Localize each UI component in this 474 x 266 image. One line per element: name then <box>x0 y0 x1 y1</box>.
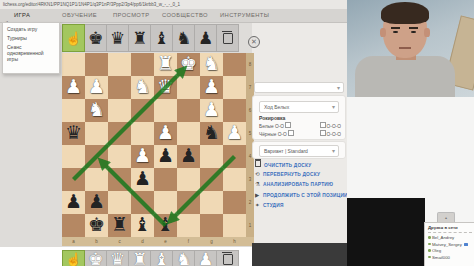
flip-icon: ⟲ <box>255 171 263 177</box>
b-king-spare: ♚ <box>88 30 103 47</box>
presenter-hair <box>381 2 429 24</box>
chevron-down-icon: ▾ <box>332 147 335 154</box>
study-button[interactable]: ✦СТУДИЯ <box>255 202 345 213</box>
file-label-a: a <box>62 237 85 246</box>
square-c2[interactable] <box>108 191 131 214</box>
presenter-mouth <box>399 47 411 49</box>
b-queen-spare: ♛ <box>110 30 125 47</box>
w-pawn-spare: ♟ <box>198 251 213 266</box>
square-g4[interactable] <box>200 145 223 168</box>
square-a4[interactable] <box>62 145 85 168</box>
editor-actions: ОЧИСТИТЬ ДОСКУ⟲ПЕРЕВЕРНУТЬ ДОСКУ⚗АНАЛИЗИ… <box>255 160 345 213</box>
white-pawn-e5[interactable]: ♟ <box>154 122 177 145</box>
file-label-f: f <box>177 237 200 246</box>
white-pawn-a7[interactable]: ♟ <box>62 76 85 99</box>
castling-white-row: Белые O-O O-O-O <box>259 122 341 129</box>
black-rook-c1[interactable]: ♜ <box>108 214 131 237</box>
square-e6[interactable] <box>154 99 177 122</box>
action-label: ПРОДОЛЖИТЬ С ЭТОЙ ПОЗИЦИИ <box>263 193 348 198</box>
square-a1[interactable] <box>62 214 85 237</box>
menu-item-3[interactable]: ПРОСМОТР <box>113 12 149 18</box>
square-b8[interactable] <box>85 53 108 76</box>
palette-trash-tool[interactable] <box>217 250 239 266</box>
white-knight-b6[interactable]: ♞ <box>85 99 108 122</box>
file-label-b: b <box>85 237 108 246</box>
square-c6[interactable] <box>108 99 131 122</box>
spare-pieces-black-palette: ☝♚♛♜♝♞♟ <box>62 24 246 50</box>
square-c3[interactable] <box>108 168 131 191</box>
turn-select-value: Ход Белых <box>264 104 289 110</box>
white-pawn-g7[interactable]: ♟ <box>200 76 223 99</box>
square-e2[interactable] <box>154 191 177 214</box>
black-knight-g5[interactable]: ♞ <box>200 122 223 145</box>
square-b5[interactable] <box>85 122 108 145</box>
friend-name: Oleg <box>432 248 441 253</box>
menu-item-2[interactable]: ОБУЧЕНИЕ <box>62 12 97 18</box>
rank-label-2: 2 <box>246 191 254 214</box>
w-rook-spare: ♜ <box>132 251 147 266</box>
trash-icon <box>255 160 261 167</box>
palette-hand-tool[interactable]: ☝ <box>62 24 85 52</box>
square-c8[interactable] <box>108 53 131 76</box>
variant-card: Вариант | Standard ▾ <box>252 141 346 159</box>
presenter-ear <box>424 28 430 37</box>
castling-black-long-label: O-O-O <box>327 132 341 137</box>
browser-url-bar[interactable]: lichess.org/editor/4RKN1/PP1NQ1P1/1N4P1/… <box>0 0 347 9</box>
square-e3[interactable] <box>154 168 177 191</box>
rank-label-1: 1 <box>246 214 254 237</box>
square-f3[interactable] <box>177 168 200 191</box>
online-dot-icon <box>428 249 431 252</box>
palette-pawn-b[interactable]: ♟ <box>195 24 217 52</box>
palette-trash-tool[interactable] <box>217 24 239 52</box>
presenter-ear <box>380 28 386 37</box>
square-h7[interactable] <box>223 76 246 99</box>
tv-icon <box>464 243 468 246</box>
file-label-g: g <box>200 237 223 246</box>
close-icon[interactable]: ✕ <box>248 36 260 48</box>
w-queen-spare: ♛ <box>110 251 125 266</box>
castling-black-row: Чёрные O-O O-O-O <box>259 130 341 137</box>
w-king-spare: ♚ <box>88 251 103 266</box>
rank-label-3: 3 <box>246 168 254 191</box>
square-h1[interactable] <box>223 214 246 237</box>
square-f5[interactable] <box>177 122 200 145</box>
black-bishop-d1[interactable]: ♝ <box>131 214 154 237</box>
palette-knight-w[interactable]: ♞ <box>173 250 195 266</box>
white-pawn-b7[interactable]: ♟ <box>85 76 108 99</box>
turn-castling-card: Ход Белых ▾ Рокировка Белые O-O O-O-O Чё… <box>252 95 346 140</box>
friends-online-box: Друзья в сети Bel_AndreyMatvey_SergeyOle… <box>424 222 474 266</box>
black-pawn-f4[interactable]: ♟ <box>177 145 200 168</box>
chevron-down-icon: ▾ <box>332 103 335 110</box>
castling-white-short-label: Белые O-O <box>259 124 284 129</box>
castling-title: Рокировка <box>259 115 285 121</box>
friend-name: Smail000 <box>432 255 450 260</box>
presenter-eye <box>393 31 398 33</box>
menu-item-4[interactable]: СООБЩЕСТВО <box>162 12 208 18</box>
palette-bishop-b[interactable]: ♝ <box>151 24 173 52</box>
sparkle-icon: ✦ <box>255 202 263 208</box>
online-dot-icon <box>428 236 431 239</box>
castling-black-short-checkbox[interactable] <box>288 130 294 136</box>
square-g2[interactable] <box>200 191 223 214</box>
clear-board-button[interactable]: ОЧИСТИТЬ ДОСКУ <box>255 160 345 171</box>
castling-white-long-label: O-O-O <box>327 124 341 129</box>
action-label: ПЕРЕВЕРНУТЬ ДОСКУ <box>263 172 320 177</box>
square-d2[interactable] <box>131 191 154 214</box>
flask-icon: ⚗ <box>255 181 263 187</box>
white-knight-g8[interactable]: ♞ <box>200 53 223 76</box>
black-pawn-b2[interactable]: ♟ <box>85 191 108 214</box>
url-text: lichess.org/editor/4RKN1/PP1NQ1P1/1N4P1/… <box>3 2 180 7</box>
lichess-editor-screenshot: lichess.org/editor/4RKN1/PP1NQ1P1/1N4P1/… <box>0 0 474 266</box>
file-label-e: e <box>154 237 177 246</box>
square-h4[interactable] <box>223 145 246 168</box>
palette-queen-w[interactable]: ♛ <box>107 250 129 266</box>
square-f1[interactable] <box>177 214 200 237</box>
white-pawn-g6[interactable]: ♟ <box>200 99 223 122</box>
friend-item-3[interactable]: Oleg <box>428 248 474 253</box>
file-coordinates: abcdefgh <box>62 237 254 246</box>
square-g1[interactable] <box>200 214 223 237</box>
menu-item-5[interactable]: ИНСТРУМЕНТЫ <box>220 12 269 18</box>
castling-white-short-checkbox[interactable] <box>285 122 291 128</box>
site-menubar: ♞ ИГРАОБУЧЕНИЕПРОСМОТРСООБЩЕСТВОИНСТРУМЕ… <box>0 9 347 23</box>
black-pawn-e4[interactable]: ♟ <box>154 145 177 168</box>
webcam-video <box>347 0 474 97</box>
castling-white-long-checkbox[interactable] <box>320 122 326 128</box>
white-pawn-h5[interactable]: ♟ <box>223 122 246 145</box>
turn-select[interactable]: Ход Белых ▾ <box>259 101 339 113</box>
white-king-f8[interactable]: ♚ <box>177 53 200 76</box>
friend-name: Bel_Andrey <box>432 235 454 240</box>
online-dot-icon <box>428 256 431 259</box>
square-h6[interactable] <box>223 99 246 122</box>
online-dot-icon <box>428 243 431 246</box>
game-menu-dropdown: Создать игруТурнирыСеанс одновременной и… <box>2 22 60 74</box>
action-label: ОЧИСТИТЬ ДОСКУ <box>264 163 311 168</box>
menu-item-1[interactable]: ИГРА <box>14 12 30 18</box>
presenter-eyebrow <box>391 27 400 29</box>
analysis-button[interactable]: ⚗АНАЛИЗИРОВАТЬ ПАРТИЮ <box>255 181 345 192</box>
game-menu-item-1[interactable]: Создать игру <box>7 26 54 32</box>
position-preset-select[interactable]: ▾ <box>254 82 344 93</box>
presenter-eyebrow <box>409 27 418 29</box>
video-dark-strip <box>252 243 347 266</box>
black-bishop-e1[interactable]: ♝ <box>154 214 177 237</box>
presenter-eye <box>411 31 416 33</box>
divider <box>428 232 472 234</box>
palette-rook-b[interactable]: ♜ <box>129 24 151 52</box>
friends-box-title: Друзья в сети <box>428 225 474 230</box>
square-c7[interactable] <box>108 76 131 99</box>
square-f6[interactable] <box>177 99 200 122</box>
castling-black-short-label: Чёрные O-O <box>259 132 287 137</box>
variant-select-value: Вариант | Standard <box>264 148 308 154</box>
palette-rook-w[interactable]: ♜ <box>129 250 151 266</box>
palette-hand-tool[interactable]: ☝ <box>62 250 85 266</box>
variant-select[interactable]: Вариант | Standard ▾ <box>259 145 339 157</box>
trash-icon <box>223 33 233 44</box>
game-menu-item-2[interactable]: Турниры <box>7 35 54 41</box>
square-b3[interactable] <box>85 168 108 191</box>
continue-from-here-button[interactable]: ▶ПРОДОЛЖИТЬ С ЭТОЙ ПОЗИЦИИ <box>255 192 345 203</box>
w-knight-spare: ♞ <box>176 251 191 266</box>
action-label: АНАЛИЗИРОВАТЬ ПАРТИЮ <box>263 182 333 187</box>
chevron-down-icon: ▾ <box>337 84 340 91</box>
white-knight-d7[interactable]: ♞ <box>131 76 154 99</box>
white-pawn-d4[interactable]: ♟ <box>131 145 154 168</box>
friend-item-1[interactable]: Bel_Andrey <box>428 235 474 240</box>
presenter-shirt <box>355 56 455 97</box>
file-label-h: h <box>223 237 246 246</box>
flip-board-button[interactable]: ⟲ПЕРЕВЕРНУТЬ ДОСКУ <box>255 171 345 182</box>
video-dark-corner <box>347 198 425 266</box>
castling-black-long-checkbox[interactable] <box>320 130 326 136</box>
square-c4[interactable] <box>108 145 131 168</box>
square-g3[interactable] <box>200 168 223 191</box>
friend-name: Matvey_Sergey <box>432 242 462 247</box>
b-rook-spare: ♜ <box>132 30 147 47</box>
b-bishop-spare: ♝ <box>154 30 169 47</box>
chess-board[interactable]: ♜♚♞♟♟♞♛♟♞♟♛♟♞♟♟♟♟♟♟♟♚♜♝♝ <box>62 53 246 237</box>
square-d6[interactable] <box>131 99 154 122</box>
w-bishop-spare: ♝ <box>154 251 169 266</box>
square-a8[interactable] <box>62 53 85 76</box>
square-c5[interactable] <box>108 122 131 145</box>
white-queen-e7[interactable]: ♛ <box>154 76 177 99</box>
black-queen-a5[interactable]: ♛ <box>62 122 85 145</box>
hand-cursor-icon: ☝ <box>65 31 81 46</box>
white-rook-e8[interactable]: ♜ <box>154 53 177 76</box>
black-pawn-d3[interactable]: ♟ <box>131 168 154 191</box>
friend-item-2[interactable]: Matvey_Sergey <box>428 242 474 247</box>
spare-pieces-white-palette: ☝♚♛♜♝♞♟ <box>62 250 246 266</box>
friend-item-4[interactable]: Smail000 <box>428 255 474 260</box>
square-h3[interactable] <box>223 168 246 191</box>
black-pawn-a2[interactable]: ♟ <box>62 191 85 214</box>
square-h2[interactable] <box>223 191 246 214</box>
file-label-c: c <box>108 237 131 246</box>
palette-queen-b[interactable]: ♛ <box>107 24 129 52</box>
palette-king-w[interactable]: ♚ <box>85 250 107 266</box>
palette-bishop-w[interactable]: ♝ <box>151 250 173 266</box>
square-f2[interactable] <box>177 191 200 214</box>
square-d8[interactable] <box>131 53 154 76</box>
play-icon: ▶ <box>255 192 263 198</box>
black-king-b1[interactable]: ♚ <box>85 214 108 237</box>
square-d5[interactable] <box>131 122 154 145</box>
square-a3[interactable] <box>62 168 85 191</box>
game-menu-item-3[interactable]: Сеанс одновременной игры <box>7 44 54 62</box>
palette-knight-b[interactable]: ♞ <box>173 24 195 52</box>
b-pawn-spare: ♟ <box>198 30 213 47</box>
rank-label-8: 8 <box>246 53 254 76</box>
square-f7[interactable] <box>177 76 200 99</box>
palette-king-b[interactable]: ♚ <box>85 24 107 52</box>
square-h8[interactable] <box>223 53 246 76</box>
file-label-d: d <box>131 237 154 246</box>
square-b4[interactable] <box>85 145 108 168</box>
square-a6[interactable] <box>62 99 85 122</box>
palette-pawn-w[interactable]: ♟ <box>195 250 217 266</box>
action-label: СТУДИЯ <box>263 203 284 208</box>
b-knight-spare: ♞ <box>176 30 191 47</box>
hand-cursor-icon: ☝ <box>65 252 81 266</box>
trash-icon <box>223 254 233 265</box>
